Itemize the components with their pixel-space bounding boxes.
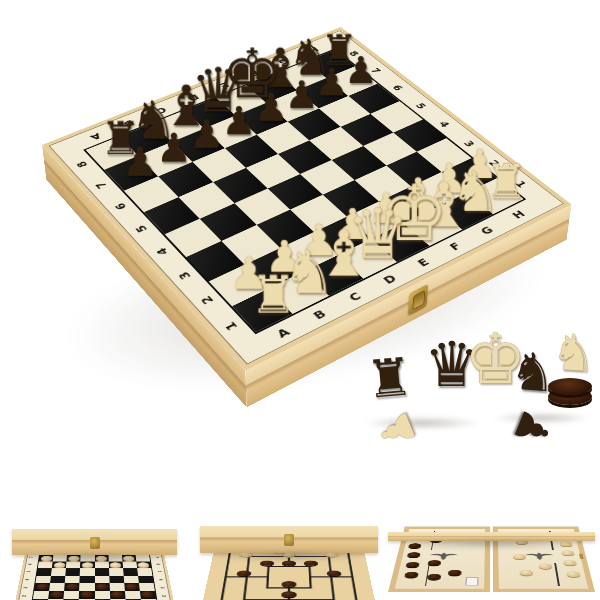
checkers-square xyxy=(123,568,138,575)
light-puck xyxy=(563,560,577,565)
file-label: H xyxy=(509,208,526,219)
checkers-square xyxy=(140,591,156,599)
file-label: C xyxy=(154,106,168,115)
dark-checker xyxy=(111,592,124,598)
file-label: B xyxy=(311,308,329,321)
rank-label: 6 xyxy=(113,201,129,211)
checkers-square xyxy=(79,591,94,599)
file-label: B xyxy=(122,119,136,129)
file-label: E xyxy=(415,256,431,268)
checkers-square xyxy=(80,576,95,583)
checkers-square xyxy=(33,591,49,599)
rank-label: 1 xyxy=(222,320,240,332)
rank-label: 3 xyxy=(176,270,193,281)
dark-puck xyxy=(405,562,419,567)
light-puck xyxy=(566,571,581,577)
checkers-square xyxy=(109,568,124,575)
loose-dark-rook[interactable]: ♜ xyxy=(364,350,415,406)
file-label: G xyxy=(276,57,291,66)
dark-checker xyxy=(50,592,63,598)
checkers-square xyxy=(139,583,155,591)
rank-label: 5 xyxy=(133,223,150,233)
file-label: D xyxy=(186,93,201,102)
checkers-rank-label: 6 xyxy=(156,564,161,565)
loose-light-pawn-fallen[interactable]: ♟ xyxy=(371,405,424,456)
eagle-motif-icon xyxy=(523,550,556,562)
checkers-square xyxy=(64,583,79,591)
rank-label: 2 xyxy=(199,294,217,306)
file-label: H xyxy=(306,45,321,54)
checkers-brass-clasp xyxy=(90,537,100,549)
light-checker xyxy=(53,562,65,567)
checkers-square xyxy=(80,568,94,575)
checkers-rank-label: 6 xyxy=(28,564,33,565)
morris-box-front xyxy=(200,526,378,553)
stage: ABCDEFGH ABCDEFGH 87654321 87654321 ♜♞♝♛… xyxy=(0,0,600,600)
sling-brass-latch xyxy=(579,553,584,559)
file-label: F xyxy=(247,69,260,77)
checkers-square xyxy=(109,583,124,591)
checkers-rank-label: 5 xyxy=(27,571,32,573)
checkers-square xyxy=(110,591,126,599)
loose-dark-pawn-fallen[interactable]: ♟ xyxy=(506,403,559,454)
checkers-rank-label: 3 xyxy=(160,587,165,589)
file-label: A xyxy=(274,326,292,339)
checkers-square xyxy=(79,583,94,591)
brass-clasp[interactable] xyxy=(408,284,428,316)
light-checker xyxy=(138,562,150,567)
dark-checker xyxy=(141,592,154,598)
checkers-square xyxy=(138,576,154,583)
checkers-square xyxy=(137,568,152,575)
checkers-rank-label: 5 xyxy=(157,571,162,573)
rank-label: 6 xyxy=(391,84,406,92)
rank-label: 5 xyxy=(414,101,429,109)
checkers-box-front xyxy=(12,529,177,555)
barcode-sticker xyxy=(465,577,478,585)
sling-shadow xyxy=(390,539,593,549)
checkers-square xyxy=(123,576,138,583)
brass-clasp-keeper xyxy=(412,290,425,310)
morris-shadow xyxy=(202,551,376,561)
white-rook[interactable]: ♜ xyxy=(239,269,307,321)
loose-light-knight[interactable]: ♞ xyxy=(550,327,598,380)
file-label: E xyxy=(218,81,231,90)
checkers-square xyxy=(125,591,141,599)
dark-checker xyxy=(36,584,49,590)
file-label: D xyxy=(380,273,398,286)
checkers-square xyxy=(50,576,65,583)
file-label: C xyxy=(346,290,363,303)
checkers-square xyxy=(49,583,65,591)
rank-label: 7 xyxy=(369,66,383,74)
checkers-square xyxy=(95,568,109,575)
checkers-square xyxy=(109,576,124,583)
morris-dark-disc xyxy=(326,571,341,576)
product-photo-canvas: { "game": "chess", "product": "3-in-1 wo… xyxy=(0,0,600,600)
rank-label: 8 xyxy=(75,160,91,169)
checkers-square xyxy=(51,568,66,575)
checkers-square xyxy=(95,576,110,583)
checkers-square xyxy=(64,591,80,599)
dark-checker xyxy=(96,584,108,590)
checkers-square xyxy=(34,583,50,591)
morris-brass-clasp xyxy=(284,534,294,546)
checkers-rank-label: 4 xyxy=(159,579,164,581)
chess-board-3d: ABCDEFGH ABCDEFGH 87654321 87654321 ♜♞♝♛… xyxy=(110,0,490,364)
file-label: A xyxy=(88,132,103,142)
rank-label: 4 xyxy=(154,246,171,257)
light-checker xyxy=(110,562,122,567)
rank-label: 4 xyxy=(437,120,452,129)
file-label: F xyxy=(447,240,463,251)
checkers-rank-label: 4 xyxy=(25,579,30,581)
checkers-square xyxy=(66,568,81,575)
morris-dark-disc xyxy=(282,581,297,587)
checkers-square xyxy=(124,583,140,591)
rank-label: 7 xyxy=(93,180,109,190)
file-label: G xyxy=(478,224,495,236)
dark-checker xyxy=(126,584,139,590)
checkers-shadow xyxy=(14,553,176,563)
checkers-square xyxy=(48,591,64,599)
light-checker xyxy=(82,562,93,567)
light-puck xyxy=(519,570,533,576)
checkers-square xyxy=(35,576,51,583)
checkers-square xyxy=(95,583,110,591)
checkers-square xyxy=(65,576,80,583)
checkers-square xyxy=(95,591,110,599)
morris-dark-disc xyxy=(281,591,296,597)
black-pawn[interactable]: ♟ xyxy=(109,141,169,181)
square-e4[interactable] xyxy=(300,160,355,195)
checkers-square xyxy=(37,568,52,575)
dark-checker xyxy=(66,584,78,590)
checkers-rank-label: 2 xyxy=(162,595,167,597)
rank-label: 8 xyxy=(347,50,361,58)
checkers-rank-label: 2 xyxy=(22,595,27,597)
loose-pieces-group: ♜♟♛♚♟♞♞ xyxy=(352,312,598,444)
dark-checker xyxy=(81,592,93,598)
checkers-rank-label: 3 xyxy=(24,587,29,589)
